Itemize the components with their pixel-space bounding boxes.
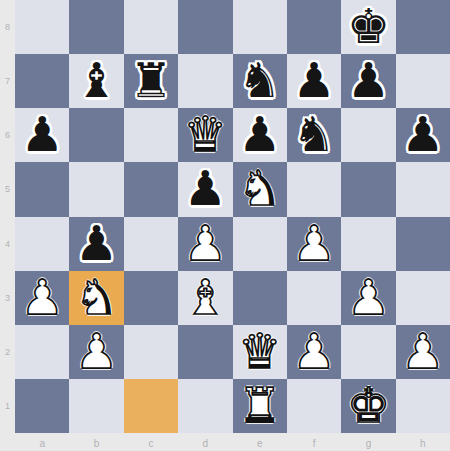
square-b6[interactable] <box>69 108 123 162</box>
black-knight-e7[interactable]: ♞ <box>238 56 281 104</box>
file-label-d: d <box>178 433 232 451</box>
file-labels: abcdefgh <box>15 433 450 451</box>
square-d7[interactable] <box>178 54 232 108</box>
black-king-g8[interactable]: ♚ <box>347 2 390 50</box>
white-pawn-g3[interactable]: ♟ <box>347 273 390 321</box>
rank-label-3: 3 <box>0 271 15 325</box>
square-f1[interactable] <box>287 379 341 433</box>
square-c5[interactable] <box>124 162 178 216</box>
square-a5[interactable] <box>15 162 69 216</box>
square-h5[interactable] <box>396 162 450 216</box>
square-e1[interactable]: ♜ <box>233 379 287 433</box>
square-e7[interactable]: ♞ <box>233 54 287 108</box>
chess-app: 87654321 ♚♝♜♞♟♟♟♛♟♞♟♟♞♟♟♟♟♞♝♟♟♛♟♟♜♚ abcd… <box>0 0 450 451</box>
square-c2[interactable] <box>124 325 178 379</box>
square-h8[interactable] <box>396 0 450 54</box>
file-label-h: h <box>396 433 450 451</box>
rank-label-2: 2 <box>0 325 15 379</box>
square-h2[interactable]: ♟ <box>396 325 450 379</box>
square-b2[interactable]: ♟ <box>69 325 123 379</box>
white-pawn-f4[interactable]: ♟ <box>293 219 336 267</box>
black-pawn-f7[interactable]: ♟ <box>293 56 336 104</box>
file-label-c: c <box>124 433 178 451</box>
square-b5[interactable] <box>69 162 123 216</box>
rank-label-5: 5 <box>0 162 15 216</box>
white-pawn-b2[interactable]: ♟ <box>75 327 118 375</box>
rank-label-7: 7 <box>0 54 15 108</box>
square-h6[interactable]: ♟ <box>396 108 450 162</box>
square-h3[interactable] <box>396 271 450 325</box>
square-f5[interactable] <box>287 162 341 216</box>
white-pawn-a3[interactable]: ♟ <box>21 273 64 321</box>
square-h1[interactable] <box>396 379 450 433</box>
rank-label-8: 8 <box>0 0 15 54</box>
black-knight-f6[interactable]: ♞ <box>293 110 336 158</box>
black-pawn-a6[interactable]: ♟ <box>21 110 64 158</box>
square-c3[interactable] <box>124 271 178 325</box>
black-rook-c7[interactable]: ♜ <box>129 56 172 104</box>
square-b1[interactable] <box>69 379 123 433</box>
square-d6[interactable]: ♛ <box>178 108 232 162</box>
square-a1[interactable] <box>15 379 69 433</box>
file-label-b: b <box>69 433 123 451</box>
square-g7[interactable]: ♟ <box>341 54 395 108</box>
square-g6[interactable] <box>341 108 395 162</box>
square-b7[interactable]: ♝ <box>69 54 123 108</box>
square-h4[interactable] <box>396 217 450 271</box>
square-g3[interactable]: ♟ <box>341 271 395 325</box>
square-e4[interactable] <box>233 217 287 271</box>
square-c1[interactable] <box>124 379 178 433</box>
chess-board: ♚♝♜♞♟♟♟♛♟♞♟♟♞♟♟♟♟♞♝♟♟♛♟♟♜♚ <box>15 0 450 433</box>
white-knight-e5[interactable]: ♞ <box>238 164 281 212</box>
white-queen-d6[interactable]: ♛ <box>184 110 227 158</box>
square-e8[interactable] <box>233 0 287 54</box>
black-pawn-g7[interactable]: ♟ <box>347 56 390 104</box>
square-d4[interactable]: ♟ <box>178 217 232 271</box>
white-king-g1[interactable]: ♚ <box>347 381 390 429</box>
black-pawn-h6[interactable]: ♟ <box>401 110 444 158</box>
square-e6[interactable]: ♟ <box>233 108 287 162</box>
rank-labels: 87654321 <box>0 0 15 433</box>
square-d1[interactable] <box>178 379 232 433</box>
square-g2[interactable] <box>341 325 395 379</box>
square-a6[interactable]: ♟ <box>15 108 69 162</box>
square-h7[interactable] <box>396 54 450 108</box>
square-e3[interactable] <box>233 271 287 325</box>
square-d5[interactable]: ♟ <box>178 162 232 216</box>
square-f7[interactable]: ♟ <box>287 54 341 108</box>
white-bishop-d3[interactable]: ♝ <box>184 273 227 321</box>
file-label-a: a <box>15 433 69 451</box>
rank-label-1: 1 <box>0 379 15 433</box>
square-g8[interactable]: ♚ <box>341 0 395 54</box>
square-c8[interactable] <box>124 0 178 54</box>
square-f8[interactable] <box>287 0 341 54</box>
file-label-f: f <box>287 433 341 451</box>
white-pawn-h2[interactable]: ♟ <box>401 327 444 375</box>
square-f3[interactable] <box>287 271 341 325</box>
square-e5[interactable]: ♞ <box>233 162 287 216</box>
square-c6[interactable] <box>124 108 178 162</box>
square-d8[interactable] <box>178 0 232 54</box>
white-pawn-f2[interactable]: ♟ <box>293 327 336 375</box>
square-d2[interactable] <box>178 325 232 379</box>
rank-label-4: 4 <box>0 217 15 271</box>
square-b3[interactable]: ♞ <box>69 271 123 325</box>
white-queen-e2[interactable]: ♛ <box>238 327 281 375</box>
square-a2[interactable] <box>15 325 69 379</box>
square-e2[interactable]: ♛ <box>233 325 287 379</box>
file-label-g: g <box>341 433 395 451</box>
square-g5[interactable] <box>341 162 395 216</box>
white-pawn-d4[interactable]: ♟ <box>184 219 227 267</box>
square-a7[interactable] <box>15 54 69 108</box>
white-rook-e1[interactable]: ♜ <box>238 381 281 429</box>
square-f6[interactable]: ♞ <box>287 108 341 162</box>
square-c7[interactable]: ♜ <box>124 54 178 108</box>
square-g4[interactable] <box>341 217 395 271</box>
square-a4[interactable] <box>15 217 69 271</box>
black-bishop-b7[interactable]: ♝ <box>75 56 118 104</box>
black-pawn-d5[interactable]: ♟ <box>184 164 227 212</box>
square-b4[interactable]: ♟ <box>69 217 123 271</box>
square-a8[interactable] <box>15 0 69 54</box>
square-f4[interactable]: ♟ <box>287 217 341 271</box>
rank-label-6: 6 <box>0 108 15 162</box>
square-d3[interactable]: ♝ <box>178 271 232 325</box>
square-a3[interactable]: ♟ <box>15 271 69 325</box>
square-f2[interactable]: ♟ <box>287 325 341 379</box>
square-c4[interactable] <box>124 217 178 271</box>
square-g1[interactable]: ♚ <box>341 379 395 433</box>
square-b8[interactable] <box>69 0 123 54</box>
white-knight-b3[interactable]: ♞ <box>75 273 118 321</box>
file-label-e: e <box>233 433 287 451</box>
black-pawn-b4[interactable]: ♟ <box>75 219 118 267</box>
black-pawn-e6[interactable]: ♟ <box>238 110 281 158</box>
